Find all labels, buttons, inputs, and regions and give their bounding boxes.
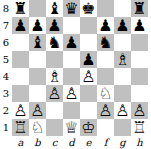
piece-white-knight[interactable]: ♘ <box>98 85 112 102</box>
square-e4[interactable]: ♙ <box>80 68 97 85</box>
square-e8[interactable]: ♚ <box>80 0 97 17</box>
square-f3[interactable]: ♘ <box>97 85 114 102</box>
file-label-b: b <box>29 136 46 149</box>
piece-white-bishop[interactable]: ♗ <box>115 51 129 68</box>
square-b4[interactable] <box>29 68 46 85</box>
square-b7[interactable]: ♟ <box>29 17 46 34</box>
square-d1[interactable]: ♕ <box>63 119 80 136</box>
piece-white-pawn[interactable]: ♙ <box>30 102 44 119</box>
file-label-c: c <box>46 136 63 149</box>
rank-label-8: 8 <box>0 0 12 17</box>
square-b8[interactable] <box>29 0 46 17</box>
square-g8[interactable] <box>114 0 131 17</box>
square-e3[interactable] <box>80 85 97 102</box>
square-h2[interactable]: ♙ <box>131 102 148 119</box>
piece-white-rook[interactable]: ♖ <box>132 119 146 136</box>
rank-label-5: 5 <box>0 51 12 68</box>
square-f7[interactable]: ♟ <box>97 17 114 34</box>
square-e1[interactable]: ♔ <box>80 119 97 136</box>
piece-black-queen[interactable]: ♛ <box>64 0 78 17</box>
square-a6[interactable] <box>12 34 29 51</box>
square-h6[interactable] <box>131 34 148 51</box>
piece-black-pawn[interactable]: ♟ <box>47 17 61 34</box>
square-a1[interactable]: ♖ <box>12 119 29 136</box>
rank-label-7: 7 <box>0 17 12 34</box>
square-b5[interactable] <box>29 51 46 68</box>
piece-black-bishop[interactable]: ♝ <box>30 34 44 51</box>
piece-white-queen[interactable]: ♕ <box>64 119 78 136</box>
rank-label-1: 1 <box>0 119 12 136</box>
square-g2[interactable]: ♙ <box>114 102 131 119</box>
square-b2[interactable]: ♙ <box>29 102 46 119</box>
piece-white-pawn[interactable]: ♙ <box>64 85 78 102</box>
piece-black-pawn[interactable]: ♟ <box>81 51 95 68</box>
square-c2[interactable] <box>46 102 63 119</box>
rank-labels-column: 87654321 <box>0 0 12 136</box>
square-c4[interactable]: ♗ <box>46 68 63 85</box>
square-e7[interactable] <box>80 17 97 34</box>
piece-black-pawn[interactable]: ♟ <box>115 17 129 34</box>
square-c5[interactable] <box>46 51 63 68</box>
square-g1[interactable] <box>114 119 131 136</box>
square-a7[interactable]: ♟ <box>12 17 29 34</box>
file-label-a: a <box>12 136 29 149</box>
file-label-h: h <box>131 136 148 149</box>
square-a4[interactable] <box>12 68 29 85</box>
chess-board-widget: 87654321 ♜♝♛♚♜♟♟♟♟♟♟♝♞♟♞♟♗♗♙♙♙♘♙♙♙♙♙♖♘♕♔… <box>0 0 151 149</box>
square-g4[interactable] <box>114 68 131 85</box>
file-label-f: f <box>97 136 114 149</box>
square-g5[interactable]: ♗ <box>114 51 131 68</box>
square-d8[interactable]: ♛ <box>63 0 80 17</box>
square-f2[interactable]: ♙ <box>97 102 114 119</box>
square-e5[interactable]: ♟ <box>80 51 97 68</box>
square-c3[interactable]: ♙ <box>46 85 63 102</box>
piece-black-pawn[interactable]: ♟ <box>13 17 27 34</box>
square-f1[interactable] <box>97 119 114 136</box>
square-c6[interactable]: ♞ <box>46 34 63 51</box>
square-g7[interactable]: ♟ <box>114 17 131 34</box>
file-label-d: d <box>63 136 80 149</box>
square-a5[interactable] <box>12 51 29 68</box>
square-g3[interactable] <box>114 85 131 102</box>
square-h7[interactable]: ♟ <box>131 17 148 34</box>
square-h1[interactable]: ♖ <box>131 119 148 136</box>
square-h4[interactable] <box>131 68 148 85</box>
square-d4[interactable] <box>63 68 80 85</box>
file-label-g: g <box>114 136 131 149</box>
piece-black-king[interactable]: ♚ <box>81 0 95 17</box>
piece-white-pawn[interactable]: ♙ <box>47 85 61 102</box>
square-d3[interactable]: ♙ <box>63 85 80 102</box>
square-b6[interactable]: ♝ <box>29 34 46 51</box>
square-h3[interactable] <box>131 85 148 102</box>
square-a3[interactable] <box>12 85 29 102</box>
rank-label-3: 3 <box>0 85 12 102</box>
square-e2[interactable] <box>80 102 97 119</box>
square-f6[interactable]: ♞ <box>97 34 114 51</box>
piece-black-pawn[interactable]: ♟ <box>64 34 78 51</box>
square-e6[interactable] <box>80 34 97 51</box>
piece-white-pawn[interactable]: ♙ <box>98 102 112 119</box>
piece-black-bishop[interactable]: ♝ <box>47 0 61 17</box>
rank-label-4: 4 <box>0 68 12 85</box>
piece-black-knight[interactable]: ♞ <box>98 34 112 51</box>
piece-black-knight[interactable]: ♞ <box>47 34 61 51</box>
square-b1[interactable]: ♘ <box>29 119 46 136</box>
square-d5[interactable] <box>63 51 80 68</box>
piece-white-knight[interactable]: ♘ <box>30 119 44 136</box>
square-f4[interactable] <box>97 68 114 85</box>
piece-white-pawn[interactable]: ♙ <box>132 102 146 119</box>
piece-black-pawn[interactable]: ♟ <box>132 17 146 34</box>
square-a8[interactable]: ♜ <box>12 0 29 17</box>
square-g6[interactable] <box>114 34 131 51</box>
piece-white-pawn[interactable]: ♙ <box>13 102 27 119</box>
piece-white-pawn[interactable]: ♙ <box>81 68 95 85</box>
square-f5[interactable] <box>97 51 114 68</box>
file-labels-row: abcdefgh <box>12 136 148 149</box>
rank-label-6: 6 <box>0 34 12 51</box>
piece-black-rook[interactable]: ♜ <box>132 0 146 17</box>
square-h8[interactable]: ♜ <box>131 0 148 17</box>
piece-white-bishop[interactable]: ♗ <box>47 68 61 85</box>
piece-white-rook[interactable]: ♖ <box>13 119 27 136</box>
square-d7[interactable] <box>63 17 80 34</box>
chess-board[interactable]: ♜♝♛♚♜♟♟♟♟♟♟♝♞♟♞♟♗♗♙♙♙♘♙♙♙♙♙♖♘♕♔♖ <box>12 0 148 136</box>
piece-black-rook[interactable]: ♜ <box>13 0 27 17</box>
square-b3[interactable] <box>29 85 46 102</box>
piece-white-king[interactable]: ♔ <box>81 119 95 136</box>
piece-black-pawn[interactable]: ♟ <box>98 17 112 34</box>
rank-label-2: 2 <box>0 102 12 119</box>
square-h5[interactable] <box>131 51 148 68</box>
square-c1[interactable] <box>46 119 63 136</box>
piece-black-pawn[interactable]: ♟ <box>30 17 44 34</box>
square-c7[interactable]: ♟ <box>46 17 63 34</box>
file-label-e: e <box>80 136 97 149</box>
square-d2[interactable] <box>63 102 80 119</box>
piece-white-pawn[interactable]: ♙ <box>115 102 129 119</box>
square-f8[interactable] <box>97 0 114 17</box>
square-c8[interactable]: ♝ <box>46 0 63 17</box>
square-d6[interactable]: ♟ <box>63 34 80 51</box>
square-a2[interactable]: ♙ <box>12 102 29 119</box>
